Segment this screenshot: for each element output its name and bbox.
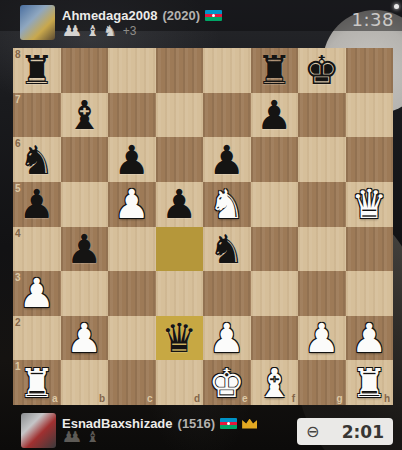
file-label-a: a [52,393,58,404]
square-f5[interactable] [251,182,299,227]
piece-wR-h1[interactable]: ♜ [351,361,387,405]
square-f3[interactable] [251,271,299,316]
square-b1[interactable]: b [61,360,109,405]
rank-label-7: 7 [15,94,21,105]
piece-bP-a5[interactable]: ♟ [19,182,55,226]
square-g4[interactable] [298,227,346,272]
square-g3[interactable] [298,271,346,316]
file-label-g: g [336,393,342,404]
piece-bQ-d2[interactable]: ♛ [161,316,197,360]
piece-wP-c5[interactable]: ♟ [114,182,150,226]
square-f8[interactable]: ♜ [251,48,299,93]
top-player-avatar[interactable] [20,5,55,40]
square-g1[interactable]: g [298,360,346,405]
square-a7[interactable]: 7 [13,93,61,138]
square-e1[interactable]: e♚ [203,360,251,405]
square-c8[interactable] [108,48,156,93]
square-c2[interactable] [108,316,156,361]
square-b3[interactable] [61,271,109,316]
square-d3[interactable] [156,271,204,316]
azerbaijan-flag-icon [220,418,237,429]
square-h7[interactable] [346,93,394,138]
piece-bP-b4[interactable]: ♟ [66,227,102,271]
chess-board[interactable]: 8♜♜♚7♝♟6♞♟♟5♟♟♟♞♛4♟♞3♟2♟♛♟♟♟1a♜bcde♚f♝gh… [13,48,393,405]
square-c5[interactable]: ♟ [108,182,156,227]
minus-circle-icon: ⊖ [306,424,319,440]
rank-label-6: 6 [15,138,21,149]
square-c6[interactable]: ♟ [108,137,156,182]
square-b8[interactable] [61,48,109,93]
rank-label-3: 3 [15,272,21,283]
square-d6[interactable] [156,137,204,182]
square-a1[interactable]: 1a♜ [13,360,61,405]
square-g2[interactable]: ♟ [298,316,346,361]
square-h4[interactable] [346,227,394,272]
piece-bK-g8[interactable]: ♚ [304,48,340,92]
square-e5[interactable]: ♞ [203,182,251,227]
square-f7[interactable]: ♟ [251,93,299,138]
square-d1[interactable]: d [156,360,204,405]
square-c3[interactable] [108,271,156,316]
square-d2[interactable]: ♛ [156,316,204,361]
captured-black-bishop-icon: ♝ [86,429,99,445]
captured-white-knight-icon: ♞ [103,23,116,39]
captured-white-pawns-icon: ♟♟ [62,23,82,39]
top-player-captured-pieces: ♟♟ ♝ ♞ +3 [62,23,137,39]
square-f2[interactable] [251,316,299,361]
square-a2[interactable]: 2 [13,316,61,361]
square-d7[interactable] [156,93,204,138]
captured-white-bishop-icon: ♝ [86,23,99,39]
file-label-e: e [242,393,248,404]
square-e3[interactable] [203,271,251,316]
file-label-d: d [194,393,200,404]
square-b4[interactable]: ♟ [61,227,109,272]
top-player-rating: (2020) [162,8,200,23]
file-label-f: f [292,393,295,404]
piece-wN-e5[interactable]: ♞ [209,182,245,226]
azerbaijan-flag-icon [205,10,222,21]
square-b7[interactable]: ♝ [61,93,109,138]
file-label-c: c [147,393,153,404]
square-g5[interactable] [298,182,346,227]
square-g7[interactable] [298,93,346,138]
piece-wK-e1[interactable]: ♚ [209,361,245,405]
premium-crown-icon [242,419,257,429]
star-dot [394,4,399,9]
square-g6[interactable] [298,137,346,182]
piece-bN-e4[interactable]: ♞ [209,227,245,271]
square-d4[interactable] [156,227,204,272]
material-advantage-badge: +3 [123,24,137,38]
piece-bR-a8[interactable]: ♜ [19,48,55,92]
piece-wP-b2[interactable]: ♟ [66,316,102,360]
rank-label-4: 4 [15,228,21,239]
top-player-name[interactable]: Ahmedaga2008 [62,8,157,23]
square-g8[interactable]: ♚ [298,48,346,93]
piece-bP-f7[interactable]: ♟ [256,93,292,137]
piece-wR-a1[interactable]: ♜ [19,361,55,405]
piece-bR-f8[interactable]: ♜ [256,48,292,92]
rank-label-1: 1 [15,361,21,372]
square-h6[interactable] [346,137,394,182]
bottom-player-rating: (1516) [178,416,216,431]
rank-label-2: 2 [15,317,21,328]
file-label-b: b [99,393,105,404]
bottom-player-clock: ⊖ 2:01 [297,418,393,445]
square-a8[interactable]: 8♜ [13,48,61,93]
piece-wP-h2[interactable]: ♟ [351,316,387,360]
bottom-player-clock-time: 2:01 [342,422,384,442]
square-c4[interactable] [108,227,156,272]
square-d5[interactable]: ♟ [156,182,204,227]
square-h2[interactable]: ♟ [346,316,394,361]
square-c7[interactable] [108,93,156,138]
square-a3[interactable]: 3♟ [13,271,61,316]
square-e7[interactable] [203,93,251,138]
captured-black-pawns-icon: ♟♟ [62,429,82,445]
square-d8[interactable] [156,48,204,93]
square-a4[interactable]: 4 [13,227,61,272]
square-b2[interactable]: ♟ [61,316,109,361]
piece-wP-a3[interactable]: ♟ [19,271,55,315]
chess-game-screen: Ahmedaga2008 (2020) ♟♟ ♝ ♞ +3 1:38 8♜♜♚7… [0,0,402,450]
square-a5[interactable]: 5♟ [13,182,61,227]
square-h8[interactable] [346,48,394,93]
square-f6[interactable] [251,137,299,182]
square-h5[interactable]: ♛ [346,182,394,227]
piece-wP-g2[interactable]: ♟ [304,316,340,360]
square-e2[interactable]: ♟ [203,316,251,361]
rank-label-5: 5 [15,183,21,194]
square-b6[interactable] [61,137,109,182]
piece-bP-e6[interactable]: ♟ [209,138,245,182]
square-f1[interactable]: f♝ [251,360,299,405]
rank-label-8: 8 [15,49,21,60]
square-e6[interactable]: ♟ [203,137,251,182]
piece-wP-e2[interactable]: ♟ [209,316,245,360]
bottom-player-captured-pieces: ♟♟ ♝ [62,429,99,445]
square-e8[interactable] [203,48,251,93]
square-a6[interactable]: 6♞ [13,137,61,182]
square-h3[interactable] [346,271,394,316]
square-f4[interactable] [251,227,299,272]
square-c1[interactable]: c [108,360,156,405]
piece-wB-f1[interactable]: ♝ [256,361,292,405]
top-player-clock: 1:38 [352,9,394,30]
file-label-h: h [384,393,390,404]
piece-bP-d5[interactable]: ♟ [161,182,197,226]
piece-bN-a6[interactable]: ♞ [19,138,55,182]
square-b5[interactable] [61,182,109,227]
piece-bB-b7[interactable]: ♝ [66,93,102,137]
piece-wQ-h5[interactable]: ♛ [351,182,387,226]
square-h1[interactable]: h♜ [346,360,394,405]
square-e4[interactable]: ♞ [203,227,251,272]
bottom-player-avatar[interactable] [21,413,56,448]
piece-bP-c6[interactable]: ♟ [114,138,150,182]
